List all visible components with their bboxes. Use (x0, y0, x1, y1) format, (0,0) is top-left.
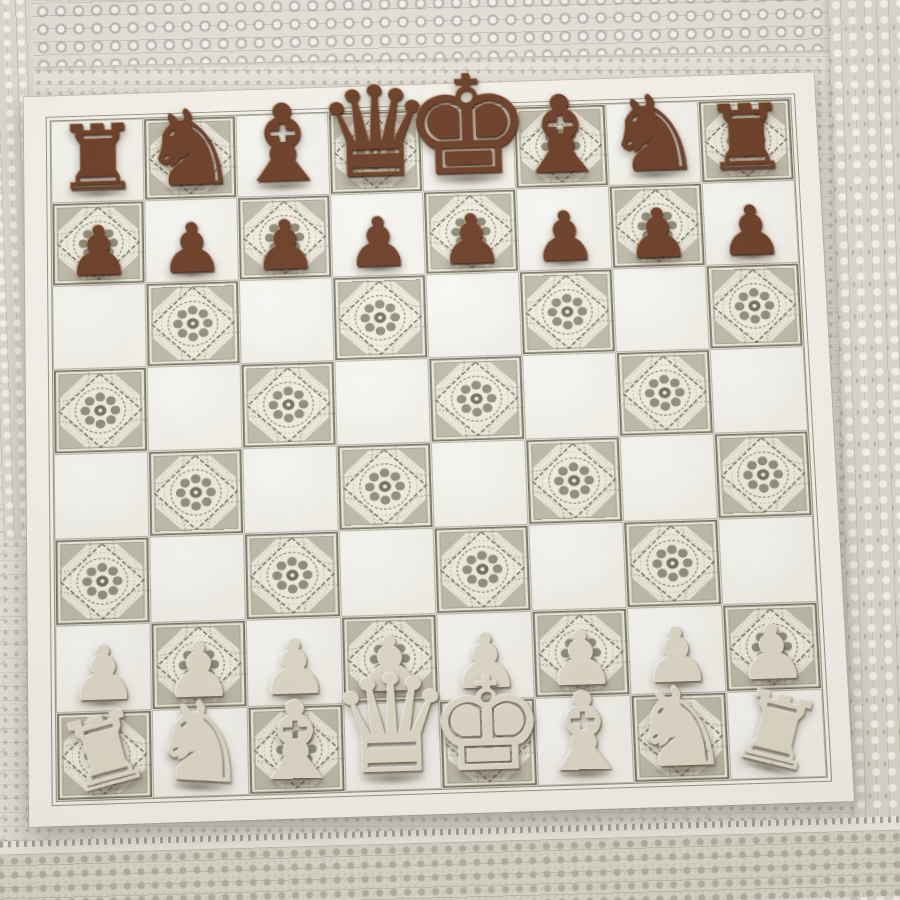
black-rook-a8[interactable]: ♜ (54, 116, 141, 201)
inlay-ornament-icon (623, 519, 722, 608)
square-e8[interactable]: ♚ (420, 107, 515, 192)
square-c5[interactable] (241, 361, 337, 448)
square-b6[interactable] (146, 280, 241, 367)
square-h3[interactable] (718, 516, 817, 605)
inlay-ornament-icon (146, 280, 241, 367)
square-d4[interactable] (337, 442, 434, 530)
inlay-ornament-icon (706, 263, 804, 349)
square-b1[interactable]: ♞ (152, 707, 250, 798)
square-f6[interactable] (519, 269, 616, 356)
square-f8[interactable]: ♝ (513, 104, 609, 189)
square-d1[interactable]: ♛ (343, 701, 442, 792)
square-a5[interactable] (53, 367, 148, 454)
square-e1[interactable]: ♚ (439, 698, 538, 789)
black-pawn-b7[interactable]: ♟ (159, 216, 225, 280)
inlay-ornament-icon (244, 531, 341, 620)
white-knight-g1[interactable]: ♞ (627, 676, 733, 780)
square-a1[interactable]: ♜ (56, 710, 153, 801)
square-a7[interactable]: ♟ (51, 200, 145, 286)
square-g8[interactable]: ♞ (605, 101, 701, 186)
frame-border-bottom (0, 822, 900, 900)
inlay-ornament-icon (616, 349, 714, 436)
square-a6[interactable] (52, 283, 147, 370)
square-c3[interactable] (244, 531, 341, 620)
square-d3[interactable] (339, 528, 436, 617)
square-d5[interactable] (334, 358, 430, 445)
photo-scene: ♜ ♞♝ (0, 0, 900, 900)
inlay-ornament-icon (714, 431, 813, 519)
inlay-ornament-icon (241, 361, 337, 448)
black-pawn-c7[interactable]: ♟ (252, 213, 318, 277)
square-b5[interactable] (147, 364, 243, 451)
square-c6[interactable] (239, 277, 335, 364)
inlay-ornament-icon (148, 448, 244, 536)
square-f4[interactable] (525, 437, 623, 525)
square-g4[interactable] (620, 434, 718, 522)
black-pawn-f7[interactable]: ♟ (531, 204, 598, 268)
board-grid: ♜ ♞♝ (50, 97, 828, 802)
inlay-ornament-icon (337, 442, 434, 530)
inlay-ornament-icon (525, 437, 623, 525)
square-e3[interactable] (434, 525, 532, 614)
white-knight-b1[interactable]: ♞ (146, 690, 255, 796)
inlay-ornament-icon (332, 274, 428, 361)
square-b4[interactable] (148, 448, 244, 536)
black-pawn-d7[interactable]: ♟ (345, 210, 411, 274)
chessboard: ♜ ♞♝ (24, 72, 854, 827)
black-knight-b8[interactable]: ♞ (139, 99, 241, 198)
square-a3[interactable] (54, 537, 150, 626)
square-h7[interactable]: ♟ (702, 180, 799, 266)
square-h5[interactable] (710, 346, 808, 433)
square-g5[interactable] (616, 349, 714, 436)
square-f3[interactable] (528, 522, 626, 611)
square-f7[interactable]: ♟ (516, 186, 612, 272)
square-h4[interactable] (714, 431, 813, 519)
square-c4[interactable] (242, 445, 339, 533)
square-b7[interactable]: ♟ (144, 198, 239, 284)
square-g6[interactable] (612, 266, 709, 352)
square-c7[interactable]: ♟ (237, 195, 332, 281)
square-f5[interactable] (522, 352, 619, 439)
square-e4[interactable] (431, 440, 528, 528)
square-h6[interactable] (706, 263, 804, 349)
inlay-ornament-icon (53, 367, 148, 454)
square-e5[interactable] (428, 355, 525, 442)
square-b8[interactable]: ♞ (143, 116, 237, 201)
square-h8[interactable]: ♜ (698, 98, 795, 183)
square-h1[interactable]: ♜ (726, 689, 826, 780)
black-rook-h8[interactable]: ♜ (701, 95, 791, 180)
white-king-e1[interactable]: ♚ (427, 665, 549, 786)
inlay-ornament-icon (519, 269, 616, 356)
black-bishop-f8[interactable]: ♝ (508, 85, 614, 186)
black-pawn-g7[interactable]: ♟ (624, 201, 691, 265)
black-knight-g8[interactable]: ♞ (601, 84, 705, 183)
square-b3[interactable] (149, 534, 246, 623)
inlay-ornament-icon (434, 525, 532, 614)
inlay-ornament-icon (54, 537, 150, 626)
square-d6[interactable] (332, 274, 428, 361)
square-f1[interactable]: ♝ (535, 695, 634, 786)
square-e6[interactable] (426, 272, 522, 359)
black-pawn-e7[interactable]: ♟ (438, 207, 505, 271)
square-g7[interactable]: ♟ (609, 183, 706, 269)
square-g3[interactable] (623, 519, 722, 608)
black-pawn-h7[interactable]: ♟ (717, 198, 785, 262)
square-a8[interactable]: ♜ (51, 118, 145, 203)
square-a4[interactable] (54, 451, 150, 539)
white-bishop-f1[interactable]: ♝ (532, 681, 636, 783)
inlay-ornament-icon (428, 355, 525, 442)
square-g1[interactable]: ♞ (631, 692, 731, 783)
black-pawn-a7[interactable]: ♟ (66, 219, 131, 283)
